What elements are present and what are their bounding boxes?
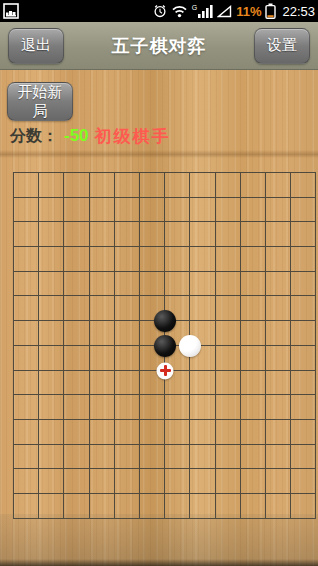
board-cell[interactable]	[291, 272, 316, 297]
board-cell[interactable]	[165, 445, 190, 470]
board-cell[interactable]	[216, 296, 241, 321]
signal-type-label: G	[192, 4, 197, 11]
board-cell[interactable]	[266, 222, 291, 247]
board-cell[interactable]	[115, 222, 140, 247]
board-cell[interactable]	[291, 371, 316, 396]
board-cell[interactable]	[14, 420, 39, 445]
board-cell[interactable]	[241, 346, 266, 371]
bottom-bar	[0, 514, 318, 566]
board-cell[interactable]	[140, 469, 165, 494]
board-cell[interactable]	[241, 198, 266, 223]
board-cell[interactable]	[64, 371, 89, 396]
board-cell[interactable]	[140, 371, 165, 396]
board-cell[interactable]	[165, 469, 190, 494]
board-cell[interactable]	[39, 272, 64, 297]
board-cell[interactable]	[165, 371, 190, 396]
board-cell[interactable]	[241, 445, 266, 470]
battery-icon	[265, 3, 276, 19]
board-cell[interactable]	[14, 445, 39, 470]
board-cell[interactable]	[14, 371, 39, 396]
score-row: 分数： -50 初级棋手	[10, 126, 171, 146]
board-cell[interactable]	[115, 395, 140, 420]
board-cell[interactable]	[165, 198, 190, 223]
board-cell[interactable]	[190, 198, 215, 223]
alarm-icon	[153, 4, 167, 18]
board-cell[interactable]	[266, 346, 291, 371]
gallery-notification-icon	[3, 3, 19, 19]
board-cell[interactable]	[14, 198, 39, 223]
board-cell[interactable]	[190, 247, 215, 272]
board-cell[interactable]	[241, 247, 266, 272]
board-cell[interactable]	[241, 272, 266, 297]
board-cell[interactable]	[291, 321, 316, 346]
board-cell[interactable]	[190, 395, 215, 420]
board-cell[interactable]	[14, 173, 39, 198]
board-cell[interactable]	[291, 222, 316, 247]
board-cell[interactable]	[190, 321, 215, 346]
board-cell[interactable]	[266, 198, 291, 223]
board-cell[interactable]	[266, 321, 291, 346]
board-cell[interactable]	[115, 272, 140, 297]
board-cell[interactable]	[216, 173, 241, 198]
board-cell[interactable]	[64, 420, 89, 445]
board-cell[interactable]	[291, 395, 316, 420]
board-cell[interactable]	[291, 173, 316, 198]
board-cell[interactable]	[39, 321, 64, 346]
board-cell[interactable]	[90, 296, 115, 321]
board-cell[interactable]	[140, 296, 165, 321]
board-cell[interactable]	[266, 420, 291, 445]
board-cell[interactable]	[140, 420, 165, 445]
signal-bars-icon: G	[192, 4, 213, 18]
board-cell[interactable]	[266, 296, 291, 321]
board-cell[interactable]	[14, 469, 39, 494]
board-cell[interactable]	[64, 346, 89, 371]
board-cell[interactable]	[241, 371, 266, 396]
board-cell[interactable]	[90, 247, 115, 272]
board-cell[interactable]	[216, 321, 241, 346]
board-cell[interactable]	[115, 445, 140, 470]
board-cell[interactable]	[39, 247, 64, 272]
board-cell[interactable]	[216, 469, 241, 494]
board-cell[interactable]	[39, 395, 64, 420]
board-cell[interactable]	[241, 222, 266, 247]
board-cell[interactable]	[190, 272, 215, 297]
board-cell[interactable]	[14, 272, 39, 297]
board-cell[interactable]	[39, 296, 64, 321]
board-cell[interactable]	[39, 371, 64, 396]
board-area: 开始新局 分数： -50 初级棋手 放大 缩小	[0, 70, 318, 566]
board-cell[interactable]	[64, 296, 89, 321]
board-cell[interactable]	[165, 173, 190, 198]
board-cell[interactable]	[39, 198, 64, 223]
wifi-icon	[171, 5, 188, 18]
board-cell[interactable]	[241, 420, 266, 445]
board-cell[interactable]	[291, 420, 316, 445]
board-cell[interactable]	[90, 198, 115, 223]
board-cell[interactable]	[90, 346, 115, 371]
board-cell[interactable]	[266, 371, 291, 396]
battery-percent-label: 11%	[236, 4, 261, 19]
board-cell[interactable]	[291, 469, 316, 494]
board-cell[interactable]	[190, 371, 215, 396]
board-cell[interactable]	[190, 222, 215, 247]
board-cell[interactable]	[165, 247, 190, 272]
board-cell[interactable]	[90, 445, 115, 470]
board-cell[interactable]	[115, 346, 140, 371]
board-cell[interactable]	[39, 469, 64, 494]
board-cell[interactable]	[115, 420, 140, 445]
board-cell[interactable]	[266, 173, 291, 198]
board-cell[interactable]	[14, 346, 39, 371]
board-cell[interactable]	[165, 222, 190, 247]
board-cell[interactable]	[64, 469, 89, 494]
rank-badge: 初级棋手	[95, 125, 171, 148]
board-cell[interactable]	[115, 296, 140, 321]
board-cell[interactable]	[291, 346, 316, 371]
board-cell[interactable]	[64, 272, 89, 297]
board-grid[interactable]	[13, 172, 316, 519]
board-cell[interactable]	[140, 198, 165, 223]
title-bar: 退出 五子棋对弈 设置	[0, 22, 318, 70]
board-cell[interactable]	[190, 173, 215, 198]
board-cell[interactable]	[241, 321, 266, 346]
plank-seam	[0, 150, 318, 158]
board-cell[interactable]	[64, 445, 89, 470]
board-cell[interactable]	[64, 198, 89, 223]
board-cell[interactable]	[14, 395, 39, 420]
board-cell[interactable]	[241, 173, 266, 198]
board-cell[interactable]	[90, 371, 115, 396]
no-data-triangle-icon	[217, 5, 232, 18]
board-cell[interactable]	[266, 445, 291, 470]
board-cell[interactable]	[90, 173, 115, 198]
board-cell[interactable]	[140, 173, 165, 198]
board-cell[interactable]	[39, 420, 64, 445]
board-cell[interactable]	[140, 346, 165, 371]
board-cell[interactable]	[165, 296, 190, 321]
board-cell[interactable]	[140, 222, 165, 247]
board-cell[interactable]	[291, 296, 316, 321]
board-cell[interactable]	[190, 346, 215, 371]
board-cell[interactable]	[165, 346, 190, 371]
board-cell[interactable]	[241, 469, 266, 494]
board-cell[interactable]	[90, 395, 115, 420]
board-cell[interactable]	[14, 321, 39, 346]
board-cell[interactable]	[216, 395, 241, 420]
board-cell[interactable]	[90, 272, 115, 297]
board-cell[interactable]	[241, 395, 266, 420]
board-cell[interactable]	[216, 445, 241, 470]
score-value: -50	[64, 126, 89, 146]
board-cell[interactable]	[216, 346, 241, 371]
board-cell[interactable]	[165, 420, 190, 445]
settings-button[interactable]: 设置	[254, 28, 310, 64]
board-cell[interactable]	[90, 469, 115, 494]
board-cell[interactable]	[291, 445, 316, 470]
board-cell[interactable]	[216, 420, 241, 445]
board-cell[interactable]	[216, 371, 241, 396]
board-cell[interactable]	[64, 247, 89, 272]
board-cell[interactable]	[90, 222, 115, 247]
board-cell[interactable]	[216, 222, 241, 247]
board-cell[interactable]	[39, 445, 64, 470]
board-cell[interactable]	[140, 445, 165, 470]
board-cell[interactable]	[266, 469, 291, 494]
board-cell[interactable]	[216, 247, 241, 272]
new-game-button[interactable]: 开始新局	[7, 82, 73, 121]
clock-label: 22:53	[282, 4, 315, 19]
board-cell[interactable]	[165, 321, 190, 346]
board-cell[interactable]	[216, 198, 241, 223]
board-cell[interactable]	[64, 321, 89, 346]
board-cell[interactable]	[39, 346, 64, 371]
page-title: 五子棋对弈	[112, 34, 207, 58]
board-cell[interactable]	[190, 420, 215, 445]
board-cell[interactable]	[64, 222, 89, 247]
board-cell[interactable]	[266, 247, 291, 272]
score-label: 分数：	[10, 126, 58, 147]
board-cell[interactable]	[241, 296, 266, 321]
board-cell[interactable]	[266, 272, 291, 297]
board-cell[interactable]	[115, 469, 140, 494]
board-cell[interactable]	[266, 395, 291, 420]
status-bar: G 11% 22:53	[0, 0, 318, 22]
phone-screen: G 11% 22:53	[0, 0, 318, 566]
board-cell[interactable]	[90, 321, 115, 346]
board-cell[interactable]	[115, 371, 140, 396]
board-cell[interactable]	[39, 173, 64, 198]
board-cell[interactable]	[14, 296, 39, 321]
board-cell[interactable]	[140, 395, 165, 420]
board-cell[interactable]	[115, 198, 140, 223]
board-cell[interactable]	[140, 321, 165, 346]
board-cell[interactable]	[39, 222, 64, 247]
board-cell[interactable]	[291, 198, 316, 223]
board-cell[interactable]	[140, 272, 165, 297]
board-cell[interactable]	[216, 272, 241, 297]
board-cell[interactable]	[165, 395, 190, 420]
board-cell[interactable]	[14, 247, 39, 272]
board-cell[interactable]	[90, 420, 115, 445]
board-cell[interactable]	[140, 247, 165, 272]
board-cell[interactable]	[190, 296, 215, 321]
board-cell[interactable]	[64, 395, 89, 420]
board-cell[interactable]	[190, 445, 215, 470]
board-cell[interactable]	[190, 469, 215, 494]
board-cell[interactable]	[64, 173, 89, 198]
board-cell[interactable]	[165, 272, 190, 297]
exit-button[interactable]: 退出	[8, 28, 64, 64]
board-cell[interactable]	[14, 222, 39, 247]
board-cell[interactable]	[291, 247, 316, 272]
board-cell[interactable]	[115, 321, 140, 346]
board-cell[interactable]	[115, 247, 140, 272]
board-cell[interactable]	[115, 173, 140, 198]
